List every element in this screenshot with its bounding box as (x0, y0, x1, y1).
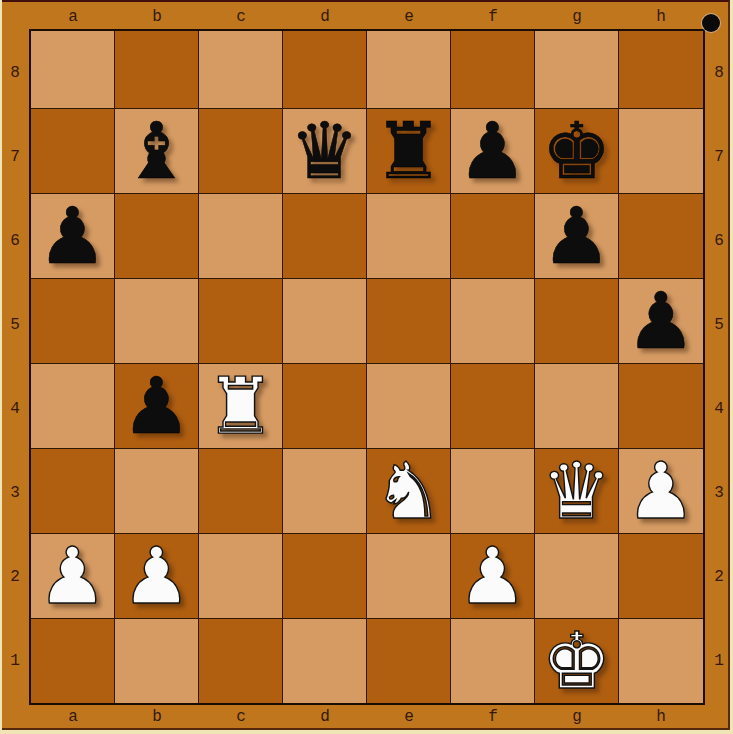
square-g2[interactable] (535, 534, 619, 619)
black-pawn-h5[interactable]: ♟ (626, 279, 696, 363)
square-e8[interactable] (367, 31, 451, 109)
file-label-b: b (115, 5, 199, 29)
square-c8[interactable] (199, 31, 283, 109)
black-pawn-f7[interactable]: ♟ (458, 109, 528, 193)
rank-label-8: 8 (706, 31, 732, 115)
square-h5[interactable]: ♟ (619, 279, 703, 364)
square-g1[interactable]: ♚ (535, 619, 619, 703)
file-label-c: c (199, 705, 283, 729)
side-to-move-indicator-dot (702, 14, 720, 32)
square-h2[interactable] (619, 534, 703, 619)
square-d7[interactable]: ♛ (283, 109, 367, 194)
square-e5[interactable] (367, 279, 451, 364)
rank-label-5: 5 (706, 283, 732, 367)
rank-label-6: 6 (706, 199, 732, 283)
square-c4[interactable]: ♜ (199, 364, 283, 449)
square-b4[interactable]: ♟ (115, 364, 199, 449)
rank-label-3: 3 (2, 451, 28, 535)
file-label-e: e (367, 5, 451, 29)
file-label-f: f (451, 705, 535, 729)
square-f1[interactable] (451, 619, 535, 703)
square-b3[interactable] (115, 449, 199, 534)
square-c1[interactable] (199, 619, 283, 703)
file-label-g: g (535, 5, 619, 29)
square-a1[interactable] (31, 619, 115, 703)
black-pawn-g6[interactable]: ♟ (542, 194, 612, 278)
white-king-g1[interactable]: ♚ (542, 619, 612, 703)
black-rook-e7[interactable]: ♜ (374, 109, 444, 193)
square-g6[interactable]: ♟ (535, 194, 619, 279)
square-c6[interactable] (199, 194, 283, 279)
square-g8[interactable] (535, 31, 619, 109)
square-f4[interactable] (451, 364, 535, 449)
board-frame: abcdefgh abcdefgh 87654321 87654321 ♝♛♜♟… (2, 0, 730, 730)
square-a8[interactable] (31, 31, 115, 109)
rank-label-2: 2 (2, 535, 28, 619)
rank-label-7: 7 (706, 115, 732, 199)
square-a5[interactable] (31, 279, 115, 364)
black-bishop-b7[interactable]: ♝ (122, 109, 192, 193)
board-grid: ♝♛♜♟♚♟♟♟♟♜♞♛♟♟♟♟♚ (29, 29, 705, 705)
square-a3[interactable] (31, 449, 115, 534)
square-h8[interactable] (619, 31, 703, 109)
square-d4[interactable] (283, 364, 367, 449)
rank-label-5: 5 (2, 283, 28, 367)
rank-labels-left: 87654321 (2, 31, 29, 707)
square-f5[interactable] (451, 279, 535, 364)
square-h1[interactable] (619, 619, 703, 703)
rank-label-3: 3 (706, 451, 732, 535)
file-label-b: b (115, 705, 199, 729)
white-pawn-b2[interactable]: ♟ (122, 534, 192, 618)
rank-label-6: 6 (2, 199, 28, 283)
rank-label-2: 2 (706, 535, 732, 619)
square-b2[interactable]: ♟ (115, 534, 199, 619)
file-label-d: d (283, 5, 367, 29)
square-e7[interactable]: ♜ (367, 109, 451, 194)
square-b5[interactable] (115, 279, 199, 364)
black-pawn-b4[interactable]: ♟ (122, 364, 192, 448)
square-b7[interactable]: ♝ (115, 109, 199, 194)
square-b6[interactable] (115, 194, 199, 279)
square-f7[interactable]: ♟ (451, 109, 535, 194)
chessboard-window: abcdefgh abcdefgh 87654321 87654321 ♝♛♜♟… (0, 0, 733, 734)
rank-label-1: 1 (2, 619, 28, 703)
rank-labels-right: 87654321 (706, 31, 732, 707)
white-pawn-h3[interactable]: ♟ (626, 449, 696, 533)
rank-label-1: 1 (706, 619, 732, 703)
file-label-f: f (451, 5, 535, 29)
square-b8[interactable] (115, 31, 199, 109)
file-labels-bottom: abcdefgh (31, 705, 707, 729)
square-h7[interactable] (619, 109, 703, 194)
square-d6[interactable] (283, 194, 367, 279)
square-f8[interactable] (451, 31, 535, 109)
square-h6[interactable] (619, 194, 703, 279)
white-knight-e3[interactable]: ♞ (374, 449, 444, 533)
square-d8[interactable] (283, 31, 367, 109)
file-label-d: d (283, 705, 367, 729)
white-pawn-f2[interactable]: ♟ (458, 534, 528, 618)
square-d3[interactable] (283, 449, 367, 534)
black-pawn-a6[interactable]: ♟ (38, 194, 108, 278)
square-d1[interactable] (283, 619, 367, 703)
square-e1[interactable] (367, 619, 451, 703)
black-king-g7[interactable]: ♚ (542, 109, 612, 193)
black-queen-d7[interactable]: ♛ (290, 109, 360, 193)
square-h3[interactable]: ♟ (619, 449, 703, 534)
square-a7[interactable] (31, 109, 115, 194)
square-c5[interactable] (199, 279, 283, 364)
square-c2[interactable] (199, 534, 283, 619)
square-d2[interactable] (283, 534, 367, 619)
square-f6[interactable] (451, 194, 535, 279)
square-g5[interactable] (535, 279, 619, 364)
square-e3[interactable]: ♞ (367, 449, 451, 534)
white-rook-c4[interactable]: ♜ (206, 364, 276, 448)
rank-label-7: 7 (2, 115, 28, 199)
file-label-c: c (199, 5, 283, 29)
rank-label-4: 4 (706, 367, 732, 451)
square-a2[interactable]: ♟ (31, 534, 115, 619)
square-e6[interactable] (367, 194, 451, 279)
square-g3[interactable]: ♛ (535, 449, 619, 534)
rank-label-8: 8 (2, 31, 28, 115)
square-g7[interactable]: ♚ (535, 109, 619, 194)
square-f2[interactable]: ♟ (451, 534, 535, 619)
square-a6[interactable]: ♟ (31, 194, 115, 279)
square-c3[interactable] (199, 449, 283, 534)
square-d5[interactable] (283, 279, 367, 364)
square-g4[interactable] (535, 364, 619, 449)
rank-label-4: 4 (2, 367, 28, 451)
square-a4[interactable] (31, 364, 115, 449)
file-label-h: h (619, 5, 703, 29)
white-pawn-a2[interactable]: ♟ (38, 534, 108, 618)
file-label-g: g (535, 705, 619, 729)
square-f3[interactable] (451, 449, 535, 534)
square-c7[interactable] (199, 109, 283, 194)
file-label-a: a (31, 705, 115, 729)
square-e2[interactable] (367, 534, 451, 619)
white-queen-g3[interactable]: ♛ (542, 449, 612, 533)
file-label-a: a (31, 5, 115, 29)
file-label-h: h (619, 705, 703, 729)
file-labels-top: abcdefgh (31, 2, 707, 29)
square-h4[interactable] (619, 364, 703, 449)
square-e4[interactable] (367, 364, 451, 449)
file-label-e: e (367, 705, 451, 729)
square-b1[interactable] (115, 619, 199, 703)
